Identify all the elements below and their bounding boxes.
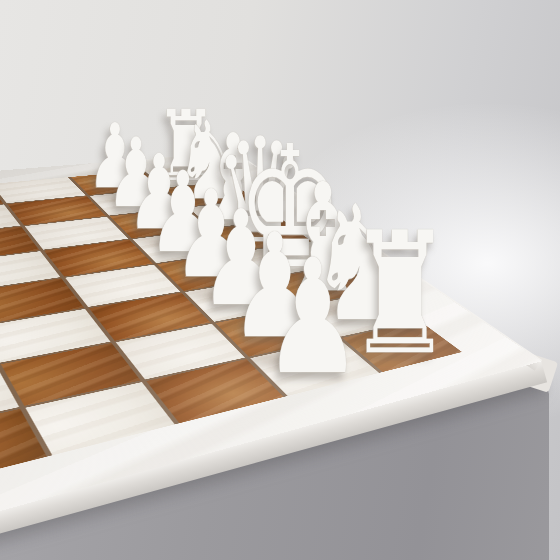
piece-white-pawn-h2[interactable]: ♟: [263, 238, 362, 396]
piece-white-rook-h1[interactable]: ♜: [347, 210, 452, 378]
pieces-layer: ♜♞♝♛♚♝♞♜♟♟♟♟♟♟♟♟: [0, 0, 560, 560]
chess-photo-scene: ♜♞♝♛♚♝♞♜♟♟♟♟♟♟♟♟: [0, 0, 560, 560]
